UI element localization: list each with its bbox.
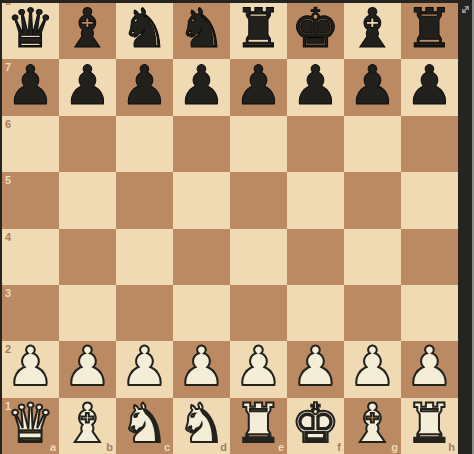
white-rook-h1[interactable]: ♜ [405,398,453,451]
square-g3[interactable] [344,285,401,341]
black-queen-a8[interactable]: ♛ [6,3,54,56]
square-c8[interactable]: ♞ [116,3,173,59]
square-b6[interactable] [59,116,116,172]
square-d3[interactable] [173,285,230,341]
white-pawn-b2[interactable]: ♟ [63,341,111,394]
square-e5[interactable] [230,172,287,228]
white-king-f1[interactable]: ♚ [291,398,339,451]
square-f2[interactable]: ♟ [287,341,344,397]
black-knight-c8[interactable]: ♞ [120,3,168,56]
white-rook-e1[interactable]: ♜ [234,398,282,451]
white-pawn-a2[interactable]: ♟ [6,341,54,394]
square-b2[interactable]: ♟ [59,341,116,397]
square-b8[interactable]: ♝ [59,3,116,59]
chess-board: 8♛♝♞♞♜♚♝♜7♟♟♟♟♟♟♟♟65432♟♟♟♟♟♟♟♟1a♛b♝c♞d♞… [2,3,458,454]
square-h2[interactable]: ♟ [401,341,458,397]
side-strip [458,0,474,454]
white-queen-a1[interactable]: ♛ [6,398,54,451]
square-e7[interactable]: ♟ [230,59,287,115]
square-f7[interactable]: ♟ [287,59,344,115]
square-a7[interactable]: 7♟ [2,59,59,115]
square-a4[interactable]: 4 [2,229,59,285]
white-pawn-g2[interactable]: ♟ [348,341,396,394]
white-bishop-b1[interactable]: ♝ [63,398,111,451]
square-c4[interactable] [116,229,173,285]
square-e4[interactable] [230,229,287,285]
black-rook-h8[interactable]: ♜ [405,3,453,56]
square-g5[interactable] [344,172,401,228]
square-c2[interactable]: ♟ [116,341,173,397]
white-pawn-d2[interactable]: ♟ [177,341,225,394]
square-a5[interactable]: 5 [2,172,59,228]
square-f6[interactable] [287,116,344,172]
square-h3[interactable] [401,285,458,341]
white-pawn-f2[interactable]: ♟ [291,341,339,394]
square-g2[interactable]: ♟ [344,341,401,397]
rank-label-6: 6 [5,119,11,130]
square-e1[interactable]: e♜ [230,398,287,454]
square-g4[interactable] [344,229,401,285]
chess-app-screen: 8♛♝♞♞♜♚♝♜7♟♟♟♟♟♟♟♟65432♟♟♟♟♟♟♟♟1a♛b♝c♞d♞… [0,0,474,454]
black-pawn-g7[interactable]: ♟ [348,59,396,112]
white-knight-c1[interactable]: ♞ [120,398,168,451]
square-f8[interactable]: ♚ [287,3,344,59]
square-b5[interactable] [59,172,116,228]
square-e6[interactable] [230,116,287,172]
square-f1[interactable]: f♚ [287,398,344,454]
black-rook-e8[interactable]: ♜ [234,3,282,56]
square-g6[interactable] [344,116,401,172]
black-pawn-h7[interactable]: ♟ [405,59,453,112]
square-d1[interactable]: d♞ [173,398,230,454]
square-a3[interactable]: 3 [2,285,59,341]
square-g1[interactable]: g♝ [344,398,401,454]
square-c7[interactable]: ♟ [116,59,173,115]
white-pawn-e2[interactable]: ♟ [234,341,282,394]
square-a1[interactable]: 1a♛ [2,398,59,454]
square-h7[interactable]: ♟ [401,59,458,115]
square-h4[interactable] [401,229,458,285]
square-f5[interactable] [287,172,344,228]
square-b4[interactable] [59,229,116,285]
rank-label-3: 3 [5,288,11,299]
square-h1[interactable]: h♜ [401,398,458,454]
square-g7[interactable]: ♟ [344,59,401,115]
black-pawn-b7[interactable]: ♟ [63,59,111,112]
square-d4[interactable] [173,229,230,285]
square-c1[interactable]: c♞ [116,398,173,454]
square-h8[interactable]: ♜ [401,3,458,59]
square-b1[interactable]: b♝ [59,398,116,454]
square-a6[interactable]: 6 [2,116,59,172]
square-f3[interactable] [287,285,344,341]
black-king-f8[interactable]: ♚ [291,3,339,56]
square-e2[interactable]: ♟ [230,341,287,397]
black-knight-d8[interactable]: ♞ [177,3,225,56]
white-knight-d1[interactable]: ♞ [177,398,225,451]
black-bishop-b8[interactable]: ♝ [63,3,111,56]
square-h5[interactable] [401,172,458,228]
square-f4[interactable] [287,229,344,285]
expand-icon[interactable] [460,4,471,15]
black-bishop-g8[interactable]: ♝ [348,3,396,56]
square-d5[interactable] [173,172,230,228]
square-c6[interactable] [116,116,173,172]
diagonal-arrow-glyph [463,7,469,13]
black-pawn-c7[interactable]: ♟ [120,59,168,112]
black-pawn-a7[interactable]: ♟ [6,59,54,112]
white-bishop-g1[interactable]: ♝ [348,398,396,451]
square-a8[interactable]: 8♛ [2,3,59,59]
square-d7[interactable]: ♟ [173,59,230,115]
square-d6[interactable] [173,116,230,172]
black-pawn-e7[interactable]: ♟ [234,59,282,112]
square-c5[interactable] [116,172,173,228]
square-b3[interactable] [59,285,116,341]
square-g8[interactable]: ♝ [344,3,401,59]
square-e8[interactable]: ♜ [230,3,287,59]
square-d8[interactable]: ♞ [173,3,230,59]
square-h6[interactable] [401,116,458,172]
white-pawn-c2[interactable]: ♟ [120,341,168,394]
black-pawn-f7[interactable]: ♟ [291,59,339,112]
square-a2[interactable]: 2♟ [2,341,59,397]
rank-label-5: 5 [5,175,11,186]
rank-label-4: 4 [5,232,11,243]
square-b7[interactable]: ♟ [59,59,116,115]
square-d2[interactable]: ♟ [173,341,230,397]
square-c3[interactable] [116,285,173,341]
white-pawn-h2[interactable]: ♟ [405,341,453,394]
square-e3[interactable] [230,285,287,341]
black-pawn-d7[interactable]: ♟ [177,59,225,112]
